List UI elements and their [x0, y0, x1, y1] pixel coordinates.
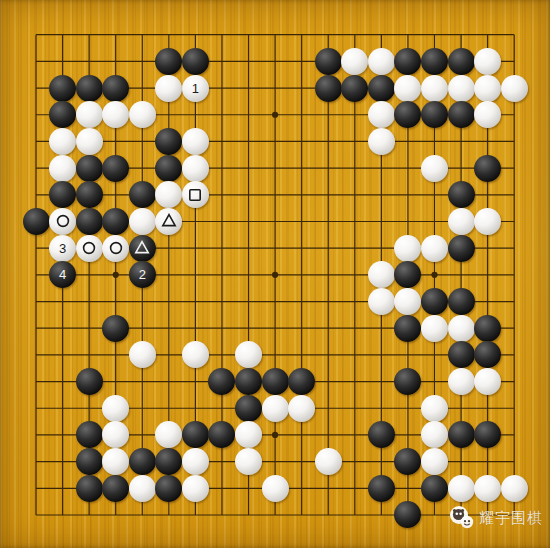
black-stone[interactable]	[23, 208, 50, 235]
white-stone[interactable]	[448, 475, 475, 502]
black-stone[interactable]	[315, 48, 342, 75]
white-stone[interactable]	[474, 475, 501, 502]
white-stone[interactable]	[49, 128, 76, 155]
black-stone[interactable]	[102, 475, 129, 502]
white-stone[interactable]	[341, 48, 368, 75]
white-stone[interactable]	[368, 261, 395, 288]
black-stone[interactable]	[76, 181, 103, 208]
white-stone[interactable]	[76, 101, 103, 128]
move-number-label: 3	[59, 242, 66, 255]
black-stone[interactable]	[76, 208, 103, 235]
white-stone[interactable]	[182, 448, 209, 475]
black-stone[interactable]	[262, 368, 289, 395]
white-stone[interactable]	[182, 475, 209, 502]
black-stone[interactable]	[315, 75, 342, 102]
white-stone[interactable]	[49, 208, 76, 235]
black-stone[interactable]: 2	[129, 261, 156, 288]
white-stone[interactable]	[315, 448, 342, 475]
move-number-label: 2	[139, 268, 146, 281]
black-stone[interactable]	[448, 288, 475, 315]
white-stone[interactable]	[76, 235, 103, 262]
black-stone[interactable]	[448, 181, 475, 208]
black-stone[interactable]	[102, 75, 129, 102]
white-stone[interactable]	[421, 395, 448, 422]
move-number-label: 1	[192, 82, 199, 95]
white-stone[interactable]	[102, 395, 129, 422]
black-stone[interactable]	[49, 75, 76, 102]
black-stone[interactable]	[474, 315, 501, 342]
white-stone[interactable]	[448, 315, 475, 342]
white-stone[interactable]	[262, 395, 289, 422]
black-stone[interactable]	[155, 48, 182, 75]
black-stone[interactable]	[474, 155, 501, 182]
triangle-mark	[133, 239, 151, 257]
white-stone[interactable]	[421, 75, 448, 102]
white-stone[interactable]	[448, 368, 475, 395]
white-stone[interactable]	[501, 475, 528, 502]
black-stone[interactable]	[102, 315, 129, 342]
white-stone[interactable]: 1	[182, 75, 209, 102]
white-stone[interactable]	[448, 75, 475, 102]
white-stone[interactable]	[421, 155, 448, 182]
black-stone[interactable]	[76, 368, 103, 395]
white-stone[interactable]	[368, 128, 395, 155]
go-app-screenshot: 1342 耀宇围棋	[0, 0, 550, 548]
white-stone[interactable]	[129, 475, 156, 502]
black-stone[interactable]	[76, 475, 103, 502]
black-stone[interactable]	[421, 288, 448, 315]
white-stone[interactable]	[368, 48, 395, 75]
black-stone[interactable]	[448, 48, 475, 75]
white-stone[interactable]	[155, 75, 182, 102]
white-stone[interactable]	[474, 208, 501, 235]
white-stone[interactable]	[129, 208, 156, 235]
black-stone[interactable]	[235, 395, 262, 422]
white-stone[interactable]	[474, 75, 501, 102]
black-stone[interactable]	[421, 475, 448, 502]
black-stone[interactable]	[129, 448, 156, 475]
black-stone[interactable]	[341, 75, 368, 102]
black-stone[interactable]	[76, 448, 103, 475]
white-stone[interactable]	[102, 235, 129, 262]
star-point	[272, 112, 278, 118]
white-stone[interactable]	[448, 208, 475, 235]
white-stone[interactable]	[262, 475, 289, 502]
black-stone[interactable]	[368, 75, 395, 102]
white-stone[interactable]	[501, 75, 528, 102]
black-stone[interactable]	[421, 48, 448, 75]
black-stone[interactable]	[368, 475, 395, 502]
white-stone[interactable]	[235, 448, 262, 475]
black-stone[interactable]	[76, 155, 103, 182]
white-stone[interactable]	[368, 101, 395, 128]
white-stone[interactable]	[288, 395, 315, 422]
white-stone[interactable]	[129, 101, 156, 128]
circle-mark	[80, 239, 98, 257]
black-stone[interactable]	[102, 208, 129, 235]
white-stone[interactable]	[394, 235, 421, 262]
white-stone[interactable]	[129, 341, 156, 368]
white-stone[interactable]	[182, 181, 209, 208]
move-number-label: 4	[59, 268, 66, 281]
star-point	[272, 272, 278, 278]
white-stone[interactable]	[76, 128, 103, 155]
square-mark	[186, 186, 204, 204]
white-stone[interactable]	[182, 155, 209, 182]
circle-mark	[54, 212, 72, 230]
black-stone[interactable]	[102, 155, 129, 182]
black-stone[interactable]	[155, 155, 182, 182]
black-stone[interactable]	[394, 315, 421, 342]
black-stone[interactable]	[129, 235, 156, 262]
circle-mark	[107, 239, 125, 257]
triangle-mark	[160, 212, 178, 230]
white-stone[interactable]	[421, 448, 448, 475]
white-stone[interactable]	[474, 368, 501, 395]
black-stone[interactable]	[76, 75, 103, 102]
white-stone[interactable]: 3	[49, 235, 76, 262]
black-stone[interactable]	[448, 101, 475, 128]
black-stone[interactable]	[155, 475, 182, 502]
white-stone[interactable]	[182, 128, 209, 155]
star-point	[431, 272, 437, 278]
black-stone[interactable]	[448, 421, 475, 448]
black-stone[interactable]	[448, 235, 475, 262]
go-board[interactable]: 1342 耀宇围棋	[0, 0, 550, 548]
star-point	[113, 272, 119, 278]
white-stone[interactable]	[421, 315, 448, 342]
black-stone[interactable]	[129, 181, 156, 208]
black-stone[interactable]	[448, 341, 475, 368]
white-stone[interactable]	[474, 48, 501, 75]
black-stone[interactable]	[182, 48, 209, 75]
white-stone[interactable]	[421, 235, 448, 262]
star-point	[272, 432, 278, 438]
white-stone[interactable]	[394, 75, 421, 102]
black-stone[interactable]	[235, 368, 262, 395]
black-stone[interactable]	[76, 421, 103, 448]
white-stone[interactable]	[368, 288, 395, 315]
white-stone[interactable]	[49, 155, 76, 182]
